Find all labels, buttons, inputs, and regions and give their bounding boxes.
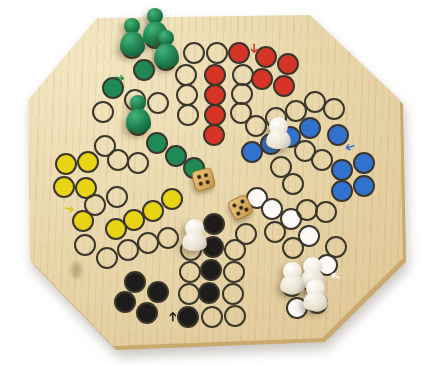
cell-empty-79[interactable] — [325, 236, 347, 258]
die-pip — [235, 210, 241, 216]
cell-empty-42[interactable] — [106, 186, 128, 208]
black-start-arrow-icon: ➔ — [166, 311, 179, 322]
die-pip — [198, 181, 203, 186]
die-pip — [239, 198, 245, 204]
cell-blue-81[interactable] — [353, 152, 375, 174]
cell-black-58[interactable] — [200, 259, 222, 281]
cell-empty-51[interactable] — [178, 283, 200, 305]
cell-red-9[interactable] — [204, 64, 226, 86]
die-showing-4[interactable] — [190, 166, 215, 191]
cell-black-48[interactable] — [177, 306, 199, 328]
cell-empty-0[interactable] — [183, 42, 205, 64]
cell-empty-52[interactable] — [179, 261, 201, 283]
die-pip — [237, 204, 243, 210]
die-pip — [196, 174, 201, 179]
cell-empty-28[interactable] — [92, 101, 114, 123]
cell-empty-74[interactable] — [235, 223, 257, 245]
green-pawn-green-home-1[interactable] — [119, 18, 146, 56]
cell-blue-88[interactable] — [299, 117, 321, 139]
cell-yellow-33[interactable] — [77, 151, 99, 173]
white-pawn-white-home-4[interactable] — [302, 279, 329, 311]
cell-empty-54[interactable] — [222, 283, 244, 305]
white-pawn-ring-beside-blue-finish[interactable] — [265, 117, 292, 149]
cell-empty-30[interactable] — [107, 149, 129, 171]
cell-yellow-32[interactable] — [55, 153, 77, 175]
cell-blue-80[interactable] — [331, 159, 353, 181]
cell-red-15[interactable] — [251, 68, 273, 90]
cell-empty-1[interactable] — [206, 42, 228, 64]
cell-empty-45[interactable] — [117, 239, 139, 261]
cell-black-61[interactable] — [124, 271, 146, 293]
blue-start-arrow-icon: ➔ — [343, 140, 357, 156]
cell-empty-46[interactable] — [137, 232, 159, 254]
cell-black-63[interactable] — [114, 291, 136, 313]
cell-empty-55[interactable] — [223, 261, 245, 283]
cell-red-11[interactable] — [204, 104, 226, 126]
cell-yellow-38[interactable] — [142, 200, 164, 222]
cell-empty-75[interactable] — [264, 221, 286, 243]
cell-yellow-37[interactable] — [161, 188, 183, 210]
cell-empty-95[interactable] — [311, 149, 333, 171]
cell-blue-83[interactable] — [353, 175, 375, 197]
cell-empty-97[interactable] — [282, 173, 304, 195]
cell-yellow-40[interactable] — [105, 218, 127, 240]
green-pawn-green-home-4[interactable] — [153, 30, 180, 68]
green-pawn-green-finish-outer[interactable] — [125, 95, 152, 133]
board-shadow: ➔➔➔➔➔➔ — [0, 0, 425, 365]
cell-empty-50[interactable] — [224, 305, 246, 327]
die-pip — [205, 179, 210, 184]
die-pip — [203, 172, 208, 177]
cell-empty-44[interactable] — [96, 247, 118, 269]
cell-empty-47[interactable] — [157, 227, 179, 249]
red-start-arrow-icon: ➔ — [248, 43, 261, 54]
cell-red-16[interactable] — [273, 75, 295, 97]
cell-empty-5[interactable] — [177, 104, 199, 126]
cell-empty-49[interactable] — [201, 306, 223, 328]
white-pawn-ring-left-of-black-finish[interactable] — [181, 219, 208, 251]
cell-black-57[interactable] — [198, 282, 220, 304]
cell-empty-4[interactable] — [176, 84, 198, 106]
cell-red-12[interactable] — [203, 124, 225, 146]
cell-empty-76[interactable] — [282, 237, 304, 259]
die-pip — [231, 202, 237, 208]
cell-empty-31[interactable] — [127, 152, 149, 174]
cell-red-10[interactable] — [204, 84, 226, 106]
wood-knot — [71, 262, 82, 278]
cell-empty-78[interactable] — [315, 201, 337, 223]
cell-empty-43[interactable] — [74, 234, 96, 256]
green-start-arrow-icon: ➔ — [113, 70, 126, 84]
cell-yellow-34[interactable] — [53, 176, 75, 198]
cell-black-64[interactable] — [136, 302, 158, 324]
photo-background: ➔➔➔➔➔➔ — [0, 0, 425, 365]
cell-green-23[interactable] — [146, 132, 168, 154]
cell-empty-41[interactable] — [84, 194, 106, 216]
cell-red-14[interactable] — [277, 53, 299, 75]
cell-blue-82[interactable] — [331, 180, 353, 202]
cell-black-62[interactable] — [147, 281, 169, 303]
die-pip — [243, 206, 249, 212]
cell-empty-93[interactable] — [323, 98, 345, 120]
